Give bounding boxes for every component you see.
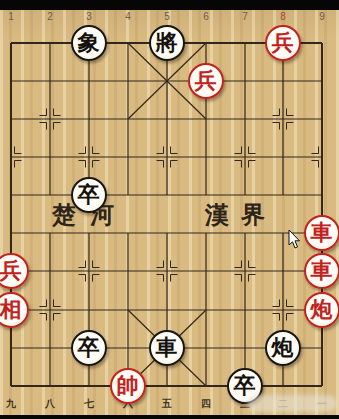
file-label-top-7: 7 [234,11,256,23]
red-soldier[interactable]: 兵 [188,63,224,99]
red-soldier[interactable]: 兵 [265,25,301,61]
file-label-top-9: 9 [311,11,333,23]
file-label-bottom-5: 五 [156,398,178,410]
black-elephant[interactable]: 象 [71,25,107,61]
watermark-smudge [247,395,337,412]
file-label-top-3: 3 [78,11,100,23]
red-cannon[interactable]: 炮 [304,292,339,328]
file-label-bottom-3: 七 [78,398,100,410]
mouse-cursor [288,230,302,250]
red-general[interactable]: 帥 [110,368,146,404]
file-label-top-4: 4 [117,11,139,23]
file-label-top-6: 6 [195,11,217,23]
file-label-top-8: 8 [272,11,294,23]
xiangqi-app-frame: 123456789 九八七六五四三二一 楚河 漢界 象將兵兵卒車兵車相炮卒車炮帥… [0,0,339,419]
file-label-top-5: 5 [156,11,178,23]
file-label-bottom-6: 四 [195,398,217,410]
file-label-bottom-2: 八 [39,398,61,410]
red-chariot[interactable]: 車 [304,215,339,251]
red-chariot[interactable]: 車 [304,253,339,289]
river-label-right: 漢界 [205,202,277,228]
black-soldier[interactable]: 卒 [71,177,107,213]
black-chariot[interactable]: 車 [149,330,185,366]
file-label-top-1: 1 [0,11,22,23]
black-cannon[interactable]: 炮 [265,330,301,366]
red-elephant[interactable]: 相 [0,292,29,328]
red-soldier[interactable]: 兵 [0,253,29,289]
file-label-top-2: 2 [39,11,61,23]
black-soldier[interactable]: 卒 [71,330,107,366]
file-label-bottom-1: 九 [0,398,22,410]
black-general[interactable]: 將 [149,25,185,61]
